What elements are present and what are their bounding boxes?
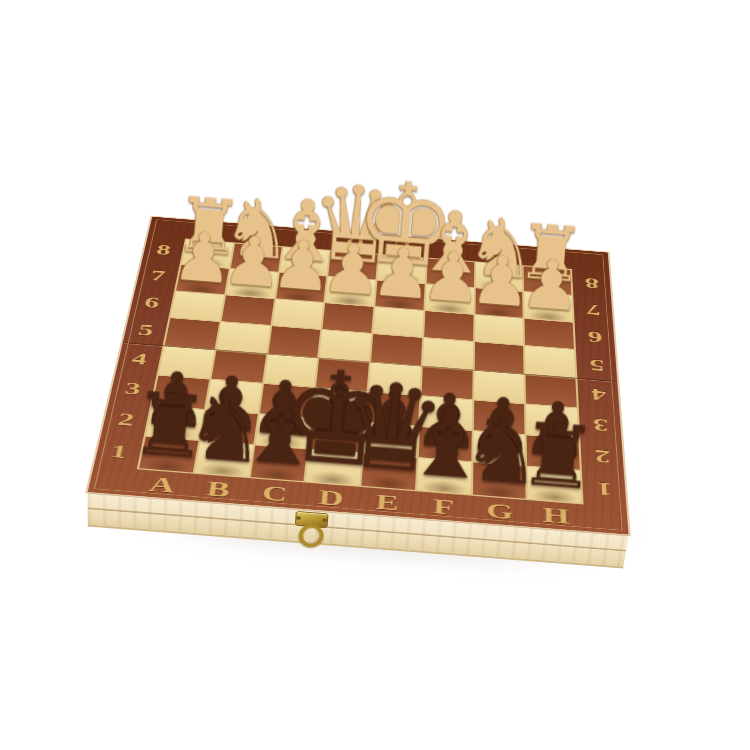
square-c3	[259, 384, 314, 417]
square-e7: ♟	[375, 280, 424, 309]
rank-label-right-5: 5	[588, 355, 604, 375]
square-a5	[165, 318, 219, 349]
file-label-near-f: F	[433, 494, 455, 520]
square-h1: ♜	[527, 467, 581, 503]
square-c4	[264, 355, 318, 387]
square-e3	[366, 392, 419, 425]
square-b1: ♞	[195, 441, 253, 477]
file-label-far-f: F	[443, 241, 460, 258]
square-g6	[475, 315, 524, 345]
piece-shadow	[310, 470, 356, 486]
chess-set-product-photo: ABCDEFGH ABCDEFGH 87654321 87654321 ♜♞♝♛…	[0, 0, 750, 750]
rank-label-left-8: 8	[155, 241, 173, 259]
square-b6	[221, 295, 273, 325]
square-a6	[171, 291, 224, 321]
square-d8: ♛	[329, 251, 378, 279]
file-label-far-e: E	[394, 237, 413, 254]
square-a4	[159, 346, 214, 378]
rank-label-right-8: 8	[584, 274, 599, 292]
square-e5	[371, 334, 422, 365]
square-c1: ♝	[250, 446, 307, 482]
piece-shadow	[255, 465, 301, 481]
square-h5	[525, 346, 575, 377]
rank-label-right-2: 2	[594, 446, 611, 468]
square-g1: ♞	[472, 463, 525, 499]
square-h6	[525, 319, 574, 349]
piece-shadow	[379, 296, 420, 309]
square-a8: ♜	[182, 240, 233, 268]
square-d6	[323, 303, 374, 333]
square-e1: ♛	[361, 454, 416, 490]
square-a3	[152, 375, 209, 408]
square-h7: ♟	[524, 292, 572, 321]
rank-label-left-3: 3	[123, 378, 143, 399]
piece-shadow	[180, 281, 222, 294]
square-a7: ♟	[176, 265, 228, 294]
piece-shadow	[477, 483, 522, 499]
file-label-far-a: A	[200, 222, 222, 239]
file-label-near-d: D	[317, 485, 344, 511]
file-label-far-b: B	[249, 226, 269, 243]
brass-clasp	[291, 511, 333, 553]
rank-label-right-7: 7	[585, 300, 600, 319]
square-g3	[473, 400, 524, 433]
square-f8: ♝	[426, 259, 473, 287]
file-label-far-c: C	[296, 230, 317, 247]
square-h3	[526, 404, 578, 438]
chess-board: ABCDEFGH ABCDEFGH 87654321 87654321 ♜♞♝♛…	[85, 216, 631, 536]
rank-label-right-4: 4	[590, 384, 606, 405]
square-e4	[369, 363, 421, 395]
square-h8: ♜	[524, 266, 571, 294]
rank-label-right-3: 3	[592, 414, 609, 435]
clasp-plate	[295, 511, 329, 528]
square-e8: ♚	[377, 255, 425, 283]
file-label-near-g: G	[486, 498, 513, 525]
square-g7: ♟	[475, 288, 523, 317]
square-d3	[313, 388, 367, 421]
square-g5	[474, 342, 524, 373]
square-h4	[526, 375, 577, 407]
square-f3	[420, 396, 472, 429]
square-d2: ♟	[309, 418, 364, 452]
piece-shadow	[143, 457, 190, 473]
file-label-near-b: B	[205, 476, 232, 502]
file-label-far-g: G	[489, 245, 510, 263]
rank-label-left-4: 4	[130, 348, 149, 368]
square-c8: ♝	[280, 247, 330, 275]
square-c6	[272, 299, 324, 329]
piece-shadow	[280, 289, 321, 302]
square-a1: ♜	[139, 437, 198, 472]
square-f6	[424, 311, 473, 341]
square-b5	[216, 322, 269, 353]
piece-shadow	[421, 478, 466, 494]
square-c5	[268, 326, 321, 357]
rank-label-right-6: 6	[587, 327, 603, 346]
square-f1: ♝	[417, 458, 471, 494]
square-b2: ♟	[200, 410, 257, 444]
square-d1: ♚	[306, 450, 362, 486]
piece-shadow	[429, 300, 469, 313]
rank-label-left-5: 5	[136, 320, 155, 340]
square-b3	[206, 380, 262, 413]
square-f4	[421, 367, 472, 399]
playfield: ♜♞♝♛♚♝♞♜♟♟♟♟♟♟♟♟♟♟♟♟♟♟♟♟♜♞♝♚♛♝♞♜	[137, 239, 584, 505]
square-d5	[319, 330, 371, 361]
square-e2: ♟	[364, 423, 418, 458]
file-label-far-h: H	[537, 249, 558, 267]
file-label-near-a: A	[147, 472, 177, 498]
square-d7: ♟	[326, 277, 376, 306]
file-label-near-c: C	[261, 480, 289, 506]
square-f2: ♟	[418, 427, 471, 462]
square-d4	[316, 359, 369, 391]
square-f7: ♟	[425, 284, 473, 313]
file-label-near-h: H	[542, 502, 570, 529]
piece-shadow	[199, 461, 246, 477]
square-f5	[423, 338, 473, 369]
rank-label-right-1: 1	[595, 478, 612, 501]
square-g8: ♞	[475, 262, 522, 290]
square-b4	[211, 350, 266, 382]
square-g4	[474, 371, 524, 403]
rank-label-left-2: 2	[116, 408, 136, 430]
square-a2: ♟	[146, 406, 204, 440]
square-b7: ♟	[226, 269, 278, 298]
square-h2: ♟	[527, 435, 580, 470]
rank-label-left-6: 6	[143, 293, 162, 312]
square-c7: ♟	[276, 273, 327, 302]
square-b8: ♞	[231, 243, 282, 271]
file-label-far-d: D	[345, 234, 366, 251]
square-e6	[373, 307, 423, 337]
square-c2: ♟	[255, 414, 311, 448]
rank-label-left-1: 1	[109, 440, 130, 463]
file-label-near-e: E	[375, 489, 400, 515]
square-g2: ♟	[473, 431, 525, 466]
rank-label-left-7: 7	[149, 266, 167, 284]
